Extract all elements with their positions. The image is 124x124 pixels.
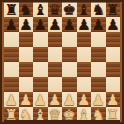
piece-white-bishop: ♝	[77, 108, 90, 123]
square-e4[interactable]	[62, 62, 77, 77]
square-g7[interactable]: ♟	[91, 17, 106, 32]
square-a1[interactable]: ♜	[4, 107, 19, 122]
square-h4[interactable]	[106, 62, 121, 77]
square-b7[interactable]: ♟	[19, 17, 34, 32]
square-d4[interactable]	[48, 62, 63, 77]
square-h1[interactable]: ♜	[106, 107, 121, 122]
square-c1[interactable]: ♝	[33, 107, 48, 122]
piece-black-pawn: ♟	[92, 18, 105, 33]
square-c5[interactable]	[33, 47, 48, 62]
square-f1[interactable]: ♝	[77, 107, 92, 122]
square-b6[interactable]	[19, 32, 34, 47]
square-b4[interactable]	[19, 62, 34, 77]
square-h6[interactable]	[106, 32, 121, 47]
chess-board: ♜♞♝♛♚♝♞♜♟♟♟♟♟♟♟♟♟♟♟♟♟♟♟♟♜♞♝♛♚♝♞♜	[4, 2, 120, 122]
square-e5[interactable]	[62, 47, 77, 62]
piece-white-king: ♚	[63, 108, 76, 123]
square-a4[interactable]	[4, 62, 19, 77]
piece-white-queen: ♛	[48, 108, 61, 123]
square-g4[interactable]	[91, 62, 106, 77]
piece-black-pawn: ♟	[77, 18, 90, 33]
square-e6[interactable]	[62, 32, 77, 47]
piece-white-rook: ♜	[106, 108, 119, 123]
square-c6[interactable]	[33, 32, 48, 47]
square-d5[interactable]	[48, 47, 63, 62]
square-c7[interactable]: ♟	[33, 17, 48, 32]
square-a6[interactable]	[4, 32, 19, 47]
piece-black-pawn: ♟	[106, 18, 119, 33]
piece-white-bishop: ♝	[34, 108, 47, 123]
square-g5[interactable]	[91, 47, 106, 62]
piece-black-pawn: ♟	[63, 18, 76, 33]
square-f4[interactable]	[77, 62, 92, 77]
piece-black-pawn: ♟	[48, 18, 61, 33]
square-e1[interactable]: ♚	[62, 107, 77, 122]
square-d1[interactable]: ♛	[48, 107, 63, 122]
square-h7[interactable]: ♟	[106, 17, 121, 32]
square-b5[interactable]	[19, 47, 34, 62]
square-h5[interactable]	[106, 47, 121, 62]
square-f5[interactable]	[77, 47, 92, 62]
square-d6[interactable]	[48, 32, 63, 47]
square-a7[interactable]: ♟	[4, 17, 19, 32]
square-g1[interactable]: ♞	[91, 107, 106, 122]
piece-white-knight: ♞	[92, 108, 105, 123]
piece-black-pawn: ♟	[5, 18, 18, 33]
square-d7[interactable]: ♟	[48, 17, 63, 32]
piece-white-rook: ♜	[5, 108, 18, 123]
piece-white-knight: ♞	[19, 108, 32, 123]
square-e7[interactable]: ♟	[62, 17, 77, 32]
piece-black-pawn: ♟	[19, 18, 32, 33]
square-c4[interactable]	[33, 62, 48, 77]
square-f6[interactable]	[77, 32, 92, 47]
chess-app-icon: ♜♞♝♛♚♝♞♜♟♟♟♟♟♟♟♟♟♟♟♟♟♟♟♟♜♞♝♛♚♝♞♜	[0, 0, 124, 124]
square-g6[interactable]	[91, 32, 106, 47]
piece-black-pawn: ♟	[34, 18, 47, 33]
square-b1[interactable]: ♞	[19, 107, 34, 122]
square-f7[interactable]: ♟	[77, 17, 92, 32]
square-a5[interactable]	[4, 47, 19, 62]
